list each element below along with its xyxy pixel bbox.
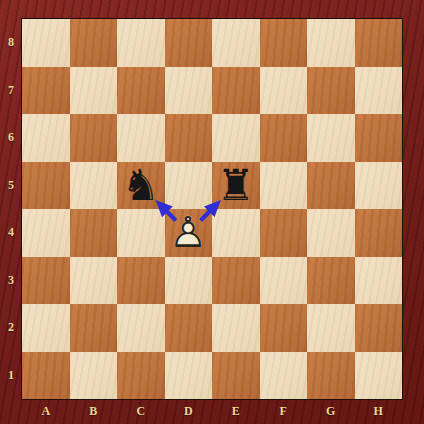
square-e4[interactable] bbox=[212, 209, 260, 257]
square-a6[interactable] bbox=[22, 114, 70, 162]
square-b1[interactable] bbox=[70, 352, 118, 400]
square-g5[interactable] bbox=[307, 162, 355, 210]
square-e6[interactable] bbox=[212, 114, 260, 162]
square-g1[interactable] bbox=[307, 352, 355, 400]
square-c7[interactable] bbox=[117, 67, 165, 115]
square-e8[interactable] bbox=[212, 19, 260, 67]
square-b3[interactable] bbox=[70, 257, 118, 305]
square-c6[interactable] bbox=[117, 114, 165, 162]
square-b5[interactable] bbox=[70, 162, 118, 210]
file-label-g: G bbox=[307, 399, 355, 424]
rank-label-4: 4 bbox=[0, 209, 22, 257]
square-d5[interactable] bbox=[165, 162, 213, 210]
square-g8[interactable] bbox=[307, 19, 355, 67]
square-b8[interactable] bbox=[70, 19, 118, 67]
black-rook[interactable]: ♜ bbox=[212, 162, 260, 210]
square-f6[interactable] bbox=[260, 114, 308, 162]
square-d3[interactable] bbox=[165, 257, 213, 305]
square-h6[interactable] bbox=[355, 114, 403, 162]
file-label-f: F bbox=[260, 399, 308, 424]
chessboard-frame: ♞♜♟♙ 87654321 ABCDEFGH bbox=[0, 0, 424, 424]
square-d2[interactable] bbox=[165, 304, 213, 352]
square-c8[interactable] bbox=[117, 19, 165, 67]
square-h3[interactable] bbox=[355, 257, 403, 305]
file-label-b: B bbox=[70, 399, 118, 424]
black-knight[interactable]: ♞ bbox=[117, 162, 165, 210]
square-f1[interactable] bbox=[260, 352, 308, 400]
square-a3[interactable] bbox=[22, 257, 70, 305]
square-e1[interactable] bbox=[212, 352, 260, 400]
square-d7[interactable] bbox=[165, 67, 213, 115]
square-h4[interactable] bbox=[355, 209, 403, 257]
square-f8[interactable] bbox=[260, 19, 308, 67]
square-a4[interactable] bbox=[22, 209, 70, 257]
square-b2[interactable] bbox=[70, 304, 118, 352]
square-c1[interactable] bbox=[117, 352, 165, 400]
square-a1[interactable] bbox=[22, 352, 70, 400]
square-b4[interactable] bbox=[70, 209, 118, 257]
rank-label-6: 6 bbox=[0, 114, 22, 162]
file-label-d: D bbox=[165, 399, 213, 424]
square-c5[interactable]: ♞ bbox=[117, 162, 165, 210]
square-g7[interactable] bbox=[307, 67, 355, 115]
rank-label-7: 7 bbox=[0, 67, 22, 115]
square-d6[interactable] bbox=[165, 114, 213, 162]
square-g2[interactable] bbox=[307, 304, 355, 352]
white-pawn[interactable]: ♟♙ bbox=[165, 209, 213, 257]
square-g4[interactable] bbox=[307, 209, 355, 257]
file-label-a: A bbox=[22, 399, 70, 424]
square-f2[interactable] bbox=[260, 304, 308, 352]
square-d4[interactable]: ♟♙ bbox=[165, 209, 213, 257]
square-e7[interactable] bbox=[212, 67, 260, 115]
square-h7[interactable] bbox=[355, 67, 403, 115]
square-d8[interactable] bbox=[165, 19, 213, 67]
file-label-h: H bbox=[355, 399, 403, 424]
rank-label-5: 5 bbox=[0, 162, 22, 210]
rank-label-1: 1 bbox=[0, 352, 22, 400]
square-h2[interactable] bbox=[355, 304, 403, 352]
square-a2[interactable] bbox=[22, 304, 70, 352]
square-d1[interactable] bbox=[165, 352, 213, 400]
square-e2[interactable] bbox=[212, 304, 260, 352]
square-e3[interactable] bbox=[212, 257, 260, 305]
file-label-e: E bbox=[212, 399, 260, 424]
square-a5[interactable] bbox=[22, 162, 70, 210]
square-f7[interactable] bbox=[260, 67, 308, 115]
square-f4[interactable] bbox=[260, 209, 308, 257]
file-label-c: C bbox=[117, 399, 165, 424]
square-c4[interactable] bbox=[117, 209, 165, 257]
square-g3[interactable] bbox=[307, 257, 355, 305]
rank-label-8: 8 bbox=[0, 19, 22, 67]
square-e5[interactable]: ♜ bbox=[212, 162, 260, 210]
square-f3[interactable] bbox=[260, 257, 308, 305]
square-a7[interactable] bbox=[22, 67, 70, 115]
white-pawn-outline-glyph: ♙ bbox=[165, 209, 213, 257]
chessboard: ♞♜♟♙ bbox=[22, 19, 402, 399]
square-c3[interactable] bbox=[117, 257, 165, 305]
square-f5[interactable] bbox=[260, 162, 308, 210]
square-c2[interactable] bbox=[117, 304, 165, 352]
square-h5[interactable] bbox=[355, 162, 403, 210]
rank-label-3: 3 bbox=[0, 257, 22, 305]
square-h8[interactable] bbox=[355, 19, 403, 67]
square-b7[interactable] bbox=[70, 67, 118, 115]
square-g6[interactable] bbox=[307, 114, 355, 162]
rank-label-2: 2 bbox=[0, 304, 22, 352]
square-b6[interactable] bbox=[70, 114, 118, 162]
square-h1[interactable] bbox=[355, 352, 403, 400]
square-a8[interactable] bbox=[22, 19, 70, 67]
